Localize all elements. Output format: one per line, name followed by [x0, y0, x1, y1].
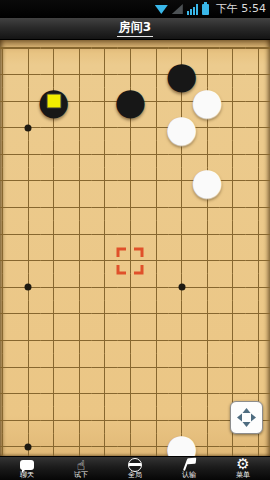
- title-bar: 房间3: [0, 18, 270, 40]
- board-cell[interactable]: [194, 247, 220, 274]
- star-point: [25, 443, 32, 450]
- board-cell[interactable]: [194, 194, 220, 221]
- board-cell[interactable]: [194, 114, 220, 141]
- board-cell[interactable]: [0, 380, 15, 407]
- board-cell[interactable]: [220, 327, 246, 354]
- board-cell[interactable]: [0, 194, 15, 221]
- board-cell[interactable]: [92, 274, 118, 301]
- board-cell[interactable]: [15, 380, 41, 407]
- board-cell[interactable]: [169, 354, 195, 381]
- board-cell[interactable]: [143, 61, 169, 88]
- board-cell[interactable]: [169, 40, 195, 61]
- board-cell[interactable]: [118, 354, 144, 381]
- board-cell[interactable]: [143, 327, 169, 354]
- board-cell[interactable]: [194, 327, 220, 354]
- toolbar-whole-board-label: 全局: [128, 472, 142, 479]
- board-cell[interactable]: [92, 194, 118, 221]
- board-cell[interactable]: [92, 434, 118, 456]
- board-cell[interactable]: [246, 194, 270, 221]
- board-cell[interactable]: [15, 40, 41, 61]
- board-cell[interactable]: [92, 141, 118, 168]
- board-cell[interactable]: [66, 61, 92, 88]
- board-cell[interactable]: [143, 301, 169, 328]
- board-cell[interactable]: [0, 88, 15, 115]
- board-cell[interactable]: [41, 194, 67, 221]
- board-cell[interactable]: [41, 380, 67, 407]
- board-cell[interactable]: [92, 407, 118, 434]
- toolbar: 聊天 ☝ 试下 全局 认输 ⚙ 菜单: [0, 456, 270, 480]
- toolbar-menu-label: 菜单: [236, 472, 250, 479]
- board-cell[interactable]: [143, 274, 169, 301]
- last-move-marker: [46, 94, 61, 109]
- board-cell[interactable]: [15, 434, 41, 456]
- board-cell[interactable]: [41, 141, 67, 168]
- go-board-grid: ●●●●●●●: [0, 40, 270, 456]
- toolbar-trial-move-button[interactable]: ☝ 试下: [54, 457, 108, 480]
- board-cell[interactable]: [220, 354, 246, 381]
- board-cell[interactable]: [169, 88, 195, 115]
- board-cell[interactable]: [194, 221, 220, 248]
- board-cell[interactable]: [169, 141, 195, 168]
- board-cell[interactable]: [143, 114, 169, 141]
- board-cell[interactable]: [66, 301, 92, 328]
- board-cell[interactable]: [194, 141, 220, 168]
- board-cell[interactable]: [220, 274, 246, 301]
- board-cell[interactable]: [246, 88, 270, 115]
- board-cell[interactable]: [15, 407, 41, 434]
- board-cell[interactable]: [194, 380, 220, 407]
- board-cell[interactable]: [0, 168, 15, 195]
- board-cell[interactable]: [220, 247, 246, 274]
- board-cell[interactable]: [66, 168, 92, 195]
- board-cell[interactable]: [66, 40, 92, 61]
- board-cell[interactable]: [169, 221, 195, 248]
- board-cell[interactable]: [143, 407, 169, 434]
- board-cell[interactable]: [66, 434, 92, 456]
- board-cell[interactable]: [220, 194, 246, 221]
- toolbar-resign-button[interactable]: 认输: [162, 457, 216, 480]
- board-cell[interactable]: [143, 88, 169, 115]
- board-cell[interactable]: [220, 40, 246, 61]
- board-cell[interactable]: [66, 194, 92, 221]
- board-cell[interactable]: ●: [118, 88, 144, 115]
- board-cell[interactable]: [66, 407, 92, 434]
- toolbar-whole-board-button[interactable]: 全局: [108, 457, 162, 480]
- board-cell[interactable]: [0, 61, 15, 88]
- board-cell[interactable]: [118, 327, 144, 354]
- board-cell[interactable]: [246, 221, 270, 248]
- star-point: [178, 124, 185, 131]
- board-cell[interactable]: [15, 114, 41, 141]
- screen: 下午 5:54 房间3 ●●●●●●● 聊天 ☝ 试下 全局: [0, 0, 270, 480]
- board-cell[interactable]: [15, 247, 41, 274]
- board-cell[interactable]: [0, 274, 15, 301]
- board-cell[interactable]: [66, 380, 92, 407]
- board-cell[interactable]: [92, 88, 118, 115]
- board-cell[interactable]: [246, 168, 270, 195]
- board-cell[interactable]: [143, 40, 169, 61]
- board-cell[interactable]: [220, 114, 246, 141]
- board-cell[interactable]: [41, 301, 67, 328]
- board-cell[interactable]: [246, 274, 270, 301]
- board-pan-dpad[interactable]: [230, 401, 263, 434]
- go-board[interactable]: ●●●●●●●: [0, 40, 270, 456]
- board-cell[interactable]: [246, 434, 270, 456]
- move-cursor-icon: [113, 244, 147, 278]
- board-cell[interactable]: [246, 327, 270, 354]
- board-cell[interactable]: [169, 407, 195, 434]
- board-cell[interactable]: ●: [169, 61, 195, 88]
- board-cell[interactable]: [143, 434, 169, 456]
- toolbar-chat-label: 聊天: [20, 472, 34, 479]
- board-cell[interactable]: [41, 327, 67, 354]
- board-cell[interactable]: [246, 114, 270, 141]
- board-cell[interactable]: [92, 354, 118, 381]
- board-cell[interactable]: [169, 301, 195, 328]
- board-cell[interactable]: [0, 141, 15, 168]
- chat-bubble-icon: [20, 460, 34, 470]
- menu-gear-icon: ⚙: [236, 457, 249, 472]
- board-cell[interactable]: [66, 354, 92, 381]
- board-cell[interactable]: [194, 40, 220, 61]
- board-cell[interactable]: [0, 247, 15, 274]
- star-point: [178, 443, 185, 450]
- board-cell[interactable]: [118, 114, 144, 141]
- board-cell[interactable]: [118, 61, 144, 88]
- board-cell[interactable]: [41, 407, 67, 434]
- toolbar-chat-button[interactable]: 聊天: [0, 457, 54, 480]
- room-title: 房间3: [117, 20, 153, 36]
- board-cell[interactable]: [246, 40, 270, 61]
- board-cell[interactable]: [0, 354, 15, 381]
- board-cell[interactable]: [15, 88, 41, 115]
- board-cell[interactable]: [0, 327, 15, 354]
- board-cell[interactable]: [0, 301, 15, 328]
- board-cell[interactable]: [66, 274, 92, 301]
- board-cell[interactable]: [194, 407, 220, 434]
- board-cell[interactable]: [246, 141, 270, 168]
- board-cell[interactable]: [220, 434, 246, 456]
- board-cell[interactable]: [15, 327, 41, 354]
- board-cell[interactable]: [118, 274, 144, 301]
- toolbar-menu-button[interactable]: ⚙ 菜单: [216, 457, 270, 480]
- board-cell[interactable]: ●: [194, 88, 220, 115]
- board-cell[interactable]: [169, 274, 195, 301]
- board-cell[interactable]: ●: [169, 434, 195, 456]
- board-cell[interactable]: [143, 194, 169, 221]
- star-point: [178, 284, 185, 291]
- status-time: 下午 5:54: [216, 0, 266, 18]
- board-cell[interactable]: [118, 194, 144, 221]
- board-cell[interactable]: [143, 141, 169, 168]
- board-cell[interactable]: [143, 354, 169, 381]
- board-cell[interactable]: [246, 301, 270, 328]
- board-cell[interactable]: [92, 168, 118, 195]
- board-cell[interactable]: [0, 40, 15, 61]
- board-cell[interactable]: [15, 141, 41, 168]
- star-point: [25, 284, 32, 291]
- board-cell[interactable]: [66, 88, 92, 115]
- board-cell[interactable]: [92, 40, 118, 61]
- board-cell[interactable]: [220, 61, 246, 88]
- cell-signal-bars-icon: [187, 4, 198, 15]
- board-cell[interactable]: [41, 434, 67, 456]
- board-cell[interactable]: [118, 141, 144, 168]
- board-cell[interactable]: [118, 407, 144, 434]
- status-bar: 下午 5:54: [0, 0, 270, 18]
- board-cell[interactable]: [66, 114, 92, 141]
- wifi-icon: [155, 4, 168, 14]
- board-cell[interactable]: [246, 247, 270, 274]
- board-cell[interactable]: [194, 301, 220, 328]
- board-cell[interactable]: [0, 114, 15, 141]
- board-cell[interactable]: [194, 354, 220, 381]
- board-cell[interactable]: [194, 61, 220, 88]
- board-cell[interactable]: [0, 221, 15, 248]
- board-cell[interactable]: [66, 221, 92, 248]
- battery-icon: [202, 4, 209, 15]
- board-cell[interactable]: [41, 114, 67, 141]
- board-cell[interactable]: [15, 61, 41, 88]
- board-cell[interactable]: [15, 194, 41, 221]
- board-cell[interactable]: [41, 40, 67, 61]
- board-cell[interactable]: [118, 40, 144, 61]
- board-cell[interactable]: [169, 247, 195, 274]
- board-cell[interactable]: [220, 141, 246, 168]
- board-cell[interactable]: [118, 301, 144, 328]
- board-cell[interactable]: [143, 168, 169, 195]
- board-cell[interactable]: [169, 194, 195, 221]
- pointing-hand-icon: ☝: [77, 458, 86, 472]
- star-point: [25, 124, 32, 131]
- board-cell[interactable]: [92, 327, 118, 354]
- board-cell[interactable]: [118, 247, 144, 274]
- board-cell[interactable]: ●: [41, 88, 67, 115]
- board-cell[interactable]: [143, 380, 169, 407]
- board-cell[interactable]: [15, 274, 41, 301]
- board-cell[interactable]: [169, 168, 195, 195]
- board-cell[interactable]: [220, 88, 246, 115]
- board-cell[interactable]: [118, 168, 144, 195]
- board-cell[interactable]: [169, 380, 195, 407]
- signal-strength-triangle-icon: [172, 4, 183, 14]
- board-cell[interactable]: [15, 354, 41, 381]
- toolbar-resign-label: 认输: [182, 472, 196, 479]
- board-cell[interactable]: [92, 61, 118, 88]
- board-cell[interactable]: [41, 247, 67, 274]
- board-cell[interactable]: [41, 274, 67, 301]
- board-cell[interactable]: [220, 301, 246, 328]
- board-cell[interactable]: [0, 407, 15, 434]
- board-cell[interactable]: [15, 301, 41, 328]
- board-cell[interactable]: [41, 221, 67, 248]
- resign-flag-icon: [181, 458, 197, 471]
- toolbar-trial-move-label: 试下: [74, 472, 88, 479]
- board-cell[interactable]: [194, 434, 220, 456]
- board-cell[interactable]: [41, 168, 67, 195]
- board-cell[interactable]: [246, 354, 270, 381]
- board-cell[interactable]: [66, 247, 92, 274]
- board-cell[interactable]: [92, 301, 118, 328]
- board-cell[interactable]: [92, 114, 118, 141]
- board-cell[interactable]: [15, 168, 41, 195]
- board-cell[interactable]: [92, 380, 118, 407]
- board-cell[interactable]: [220, 168, 246, 195]
- board-cell[interactable]: ●: [169, 114, 195, 141]
- board-cell[interactable]: [41, 354, 67, 381]
- board-cell[interactable]: [66, 141, 92, 168]
- board-cell[interactable]: [41, 61, 67, 88]
- whole-board-icon: [128, 458, 142, 472]
- board-cell[interactable]: [246, 61, 270, 88]
- board-cell[interactable]: [118, 380, 144, 407]
- board-cell[interactable]: [118, 434, 144, 456]
- board-cell[interactable]: [169, 327, 195, 354]
- board-cell[interactable]: [0, 434, 15, 456]
- board-cell[interactable]: [194, 274, 220, 301]
- board-cell[interactable]: [15, 221, 41, 248]
- dpad-arrows-icon: [236, 407, 257, 428]
- board-cell[interactable]: [66, 327, 92, 354]
- board-cell[interactable]: ●: [194, 168, 220, 195]
- board-cell[interactable]: [220, 221, 246, 248]
